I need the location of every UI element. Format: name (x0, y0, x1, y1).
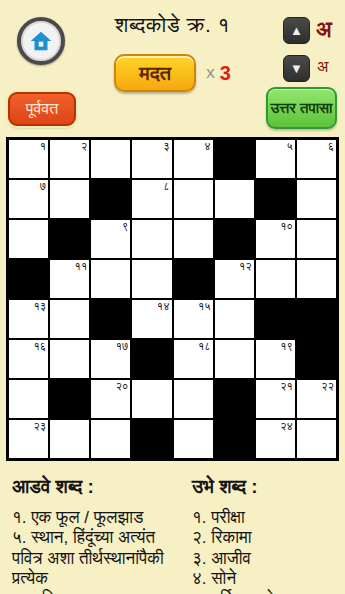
grid-cell[interactable]: २२ (297, 380, 336, 418)
blocked-cell (215, 140, 254, 178)
clue-number: ११ (75, 260, 88, 273)
grid-cell[interactable] (50, 340, 89, 378)
blocked-cell (91, 300, 130, 338)
grid-cell[interactable]: २४ (256, 420, 295, 458)
grid-cell[interactable]: २३ (9, 420, 48, 458)
clue-number: २२ (321, 380, 334, 393)
font-size-large-label: अ (316, 17, 332, 43)
clue-number: १८ (198, 340, 211, 353)
font-increase-button[interactable]: ▲ (283, 17, 310, 44)
clue-number: १५ (198, 300, 211, 313)
help-times-symbol: x (206, 63, 215, 83)
blocked-cell (215, 420, 254, 458)
grid-cell[interactable] (174, 420, 213, 458)
grid-cell[interactable]: १० (256, 220, 295, 258)
grid-cell[interactable] (297, 180, 336, 218)
grid-cell[interactable]: १४ (132, 300, 171, 338)
grid-cell[interactable] (174, 180, 213, 218)
check-answers-button[interactable]: उत्तर तपासा (266, 87, 337, 129)
grid-cell[interactable]: १५ (174, 300, 213, 338)
grid-cell[interactable]: १७ (91, 340, 130, 378)
grid-cell[interactable]: ३ (132, 140, 171, 178)
blocked-cell (215, 220, 254, 258)
grid-cell[interactable] (132, 220, 171, 258)
grid-cell[interactable]: २१ (256, 380, 295, 418)
grid-cell[interactable] (50, 300, 89, 338)
across-clues-header: आडवे शब्द : (12, 476, 180, 498)
blocked-cell (91, 180, 130, 218)
help-count-value: 3 (220, 62, 231, 85)
down-clues-list: १. परीक्षा२. रिकामा३. आजीव४. सोने६. गर्व… (192, 508, 339, 594)
grid-cell[interactable] (215, 340, 254, 378)
grid-cell[interactable]: ११ (50, 260, 89, 298)
down-clues-header: उभे शब्द : (192, 476, 339, 498)
grid-cell[interactable] (50, 180, 89, 218)
clue-item: २. रिकामा (192, 528, 339, 548)
clue-number: १७ (116, 340, 129, 353)
blocked-cell (132, 340, 171, 378)
font-size-small-label: अ (317, 58, 328, 76)
clue-number: ८ (163, 180, 169, 193)
font-decrease-button[interactable]: ▼ (283, 55, 310, 82)
grid-cell[interactable] (9, 220, 48, 258)
clue-number: १० (280, 220, 293, 233)
clue-number: ९ (122, 220, 128, 233)
clue-number: २० (116, 380, 129, 393)
help-button[interactable]: मदत (114, 54, 196, 92)
grid-cell[interactable] (50, 420, 89, 458)
clue-number: १६ (33, 340, 46, 353)
down-clues-column: उभे शब्द : १. परीक्षा२. रिकामा३. आजीव४. … (192, 476, 339, 594)
grid-cell[interactable] (256, 260, 295, 298)
clue-item: ७. रुधिर (12, 590, 180, 594)
grid-cell[interactable] (297, 260, 336, 298)
clue-number: ७ (40, 180, 46, 193)
blocked-cell (256, 300, 295, 338)
clue-number: १३ (33, 300, 46, 313)
clue-number: १४ (157, 300, 170, 313)
clue-item: १. परीक्षा (192, 508, 339, 528)
grid-cell[interactable] (132, 380, 171, 418)
grid-cell[interactable]: ४ (174, 140, 213, 178)
clue-item: १. एक फूल / फूलझाड (12, 508, 180, 528)
grid-cell[interactable]: २० (91, 380, 130, 418)
clue-number: ६ (328, 140, 334, 153)
clue-item: ३. आजीव (192, 549, 339, 569)
grid-cell[interactable]: १२ (215, 260, 254, 298)
clue-number: १ (40, 140, 46, 153)
clue-item: ४. सोने (192, 569, 339, 589)
blocked-cell (132, 420, 171, 458)
across-clues-list: १. एक फूल / फूलझाड५. स्थान, हिंदूंच्या अ… (12, 508, 180, 594)
undo-button[interactable]: पूर्ववत (8, 92, 76, 126)
blocked-cell (297, 300, 336, 338)
grid-cell[interactable]: ७ (9, 180, 48, 218)
clue-number: २१ (280, 380, 293, 393)
arrow-up-icon: ▲ (290, 23, 303, 38)
grid-cell[interactable]: ८ (132, 180, 171, 218)
grid-cell[interactable] (91, 260, 130, 298)
blocked-cell (9, 260, 48, 298)
clue-number: २३ (33, 420, 46, 433)
clue-number: ३ (163, 140, 169, 153)
clue-item: ५. स्थान, हिंदूंच्या अत्यंत पवित्र अशा त… (12, 528, 180, 589)
clue-item: ६. गर्विष्ठ, चढेल, उन्मत्त (192, 590, 339, 594)
clue-number: ४ (204, 140, 210, 153)
blocked-cell (50, 380, 89, 418)
clue-number: १९ (280, 340, 293, 353)
grid-cell[interactable] (215, 300, 254, 338)
blocked-cell (50, 220, 89, 258)
clue-number: १२ (239, 260, 252, 273)
help-count: x 3 (206, 62, 231, 85)
crossword-grid: १२३४५६७८९१०१११२१३१४१५१६१७१८१९२०२१२२२३२४ (6, 137, 339, 461)
grid-cell[interactable] (215, 180, 254, 218)
grid-cell[interactable]: ६ (297, 140, 336, 178)
grid-cell[interactable]: १३ (9, 300, 48, 338)
blocked-cell (256, 180, 295, 218)
grid-cell[interactable]: ५ (256, 140, 295, 178)
grid-cell[interactable]: १६ (9, 340, 48, 378)
blocked-cell (215, 380, 254, 418)
across-clues-column: आडवे शब्द : १. एक फूल / फूलझाड५. स्थान, … (12, 476, 180, 594)
grid-cell[interactable]: २ (50, 140, 89, 178)
blocked-cell (174, 260, 213, 298)
grid-cell[interactable] (9, 380, 48, 418)
blocked-cell (297, 340, 336, 378)
grid-cell[interactable]: १ (9, 140, 48, 178)
clue-number: २ (81, 140, 87, 153)
grid-cell[interactable] (174, 380, 213, 418)
arrow-down-icon: ▼ (290, 61, 303, 76)
clue-number: २४ (280, 420, 293, 433)
grid-cell[interactable] (91, 420, 130, 458)
grid-cell[interactable] (132, 260, 171, 298)
grid-cell[interactable] (174, 220, 213, 258)
grid-cell[interactable]: १९ (256, 340, 295, 378)
clues-section: आडवे शब्द : १. एक फूल / फूलझाड५. स्थान, … (12, 476, 339, 594)
clue-number: ५ (287, 140, 293, 153)
grid-cell[interactable] (297, 420, 336, 458)
grid-cell[interactable]: १८ (174, 340, 213, 378)
grid-cell[interactable] (91, 140, 130, 178)
grid-cell[interactable]: ९ (91, 220, 130, 258)
grid-cell[interactable] (297, 220, 336, 258)
